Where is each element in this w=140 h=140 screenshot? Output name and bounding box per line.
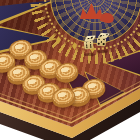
die-left [83,36,95,51]
die-right-front-face [97,37,107,46]
die-right [97,33,109,48]
backgammon-board-photo [0,0,140,140]
die-left-front-face [84,40,94,50]
